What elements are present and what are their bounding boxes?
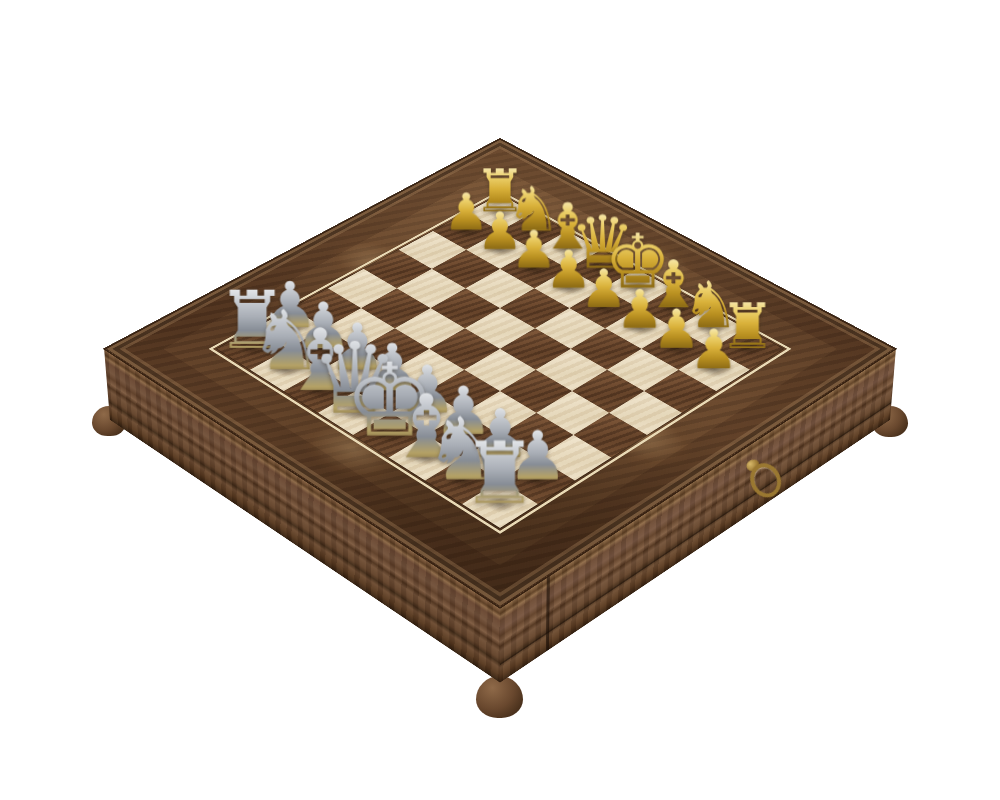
product-photo-stage: ♜♞♝♛♚♝♞♜♟♟♟♟♟♟♟♟♟♟♟♟♟♟♟♟♜♞♝♛♚♝♞♜: [0, 0, 1000, 800]
square-h5[interactable]: [609, 391, 682, 435]
square-g5[interactable]: [572, 370, 644, 413]
board-frame: [102, 138, 897, 609]
square-f5[interactable]: [536, 349, 607, 391]
